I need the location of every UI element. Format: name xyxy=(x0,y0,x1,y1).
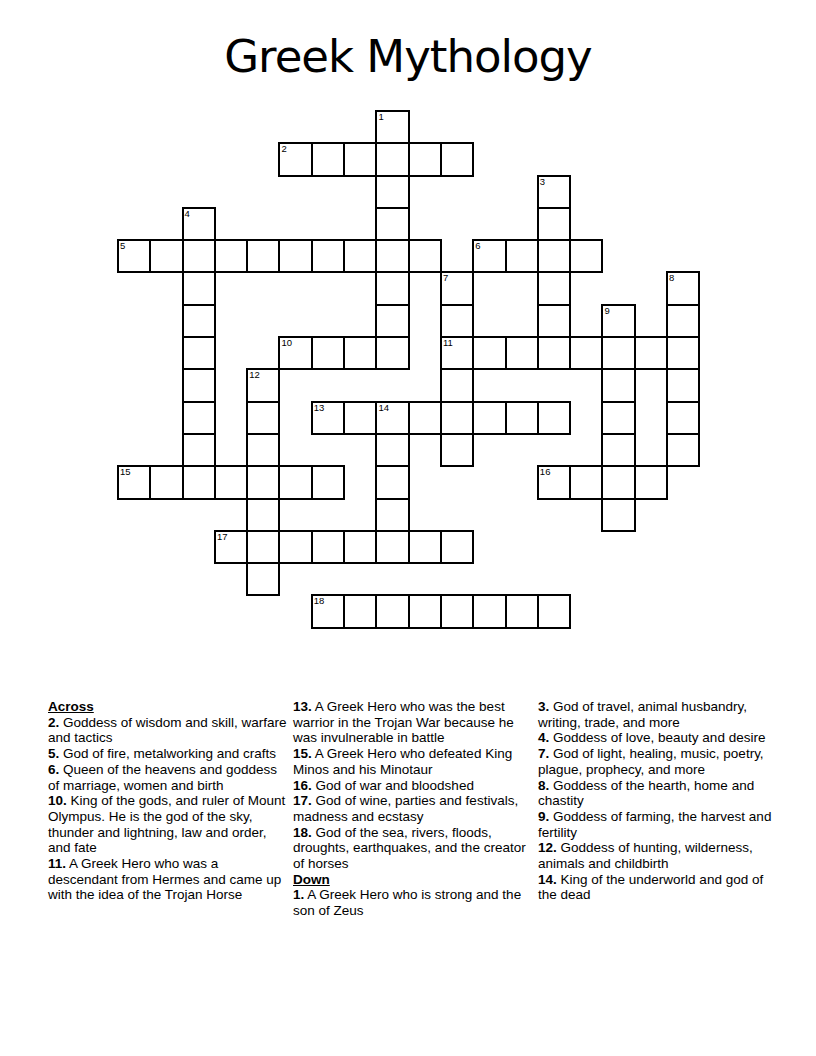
void-cell xyxy=(409,466,441,498)
grid-cell xyxy=(343,142,377,176)
clue-number: 18. xyxy=(293,825,312,840)
clue-text: King of the underworld and god of the de… xyxy=(538,872,763,903)
void-cell xyxy=(441,176,473,208)
void-cell xyxy=(473,531,505,563)
grid-cell xyxy=(149,239,183,273)
void-cell xyxy=(409,369,441,401)
clue-item: 14. King of the underworld and god of th… xyxy=(538,872,778,903)
grid-cell: 12 xyxy=(246,368,280,402)
void-cell xyxy=(570,305,602,337)
void-cell xyxy=(570,208,602,240)
void-cell xyxy=(441,499,473,531)
grid-cell: 1 xyxy=(375,110,409,144)
void-cell xyxy=(247,595,279,627)
cell-number: 4 xyxy=(185,209,190,219)
void-cell xyxy=(570,499,602,531)
void-cell xyxy=(602,595,634,627)
grid-cell xyxy=(408,142,442,176)
clue-text: A Greek Hero who defeated King Minos and… xyxy=(293,746,512,777)
void-cell xyxy=(279,402,311,434)
grid-cell xyxy=(601,368,635,402)
grid-cell xyxy=(246,239,280,273)
void-cell xyxy=(506,305,538,337)
void-cell xyxy=(279,176,311,208)
clue-item: 12. Goddess of hunting, wilderness, anim… xyxy=(538,840,778,871)
void-cell xyxy=(215,337,247,369)
crossword-grid: 123456789101112131415161718 xyxy=(118,111,699,628)
grid-cell xyxy=(278,465,312,499)
clue-text: God of wine, parties and festivals, madn… xyxy=(293,793,518,824)
clue-item: 8. Goddess of the hearth, home and chast… xyxy=(538,778,778,809)
void-cell xyxy=(344,208,376,240)
void-cell xyxy=(473,499,505,531)
clue-number: 14. xyxy=(538,872,557,887)
void-cell xyxy=(635,208,667,240)
void-cell xyxy=(538,111,570,143)
void-cell xyxy=(247,208,279,240)
grid-cell xyxy=(182,304,216,338)
cell-number: 7 xyxy=(443,273,448,283)
void-cell xyxy=(667,499,699,531)
void-cell xyxy=(441,208,473,240)
clue-column-2: 13. A Greek Hero who was the best warrio… xyxy=(293,699,533,919)
grid-cell xyxy=(537,239,571,273)
clue-text: A Greek Hero who was the best warrior in… xyxy=(293,699,514,745)
void-cell xyxy=(473,208,505,240)
void-cell xyxy=(247,272,279,304)
clue-item: 3. God of travel, animal husbandry, writ… xyxy=(538,699,778,730)
grid-cell xyxy=(666,433,700,467)
void-cell xyxy=(635,563,667,595)
clue-item: 7. God of light, healing, music, poetry,… xyxy=(538,746,778,777)
void-cell xyxy=(570,434,602,466)
void-cell xyxy=(602,563,634,595)
grid-cell xyxy=(569,336,603,370)
cell-number: 3 xyxy=(540,177,545,187)
void-cell xyxy=(279,208,311,240)
grid-cell: 2 xyxy=(278,142,312,176)
grid-cell xyxy=(278,239,312,273)
void-cell xyxy=(215,499,247,531)
clue-text: Goddess of love, beauty and desire xyxy=(549,730,765,745)
void-cell xyxy=(473,305,505,337)
void-cell xyxy=(506,176,538,208)
void-cell xyxy=(150,563,182,595)
void-cell xyxy=(441,240,473,272)
void-cell xyxy=(473,272,505,304)
void-cell xyxy=(312,369,344,401)
clue-number: 2. xyxy=(48,715,59,730)
void-cell xyxy=(441,466,473,498)
clue-text: God of travel, animal husbandry, writing… xyxy=(538,699,747,730)
void-cell xyxy=(118,337,150,369)
cell-number: 17 xyxy=(217,532,228,542)
grid-cell xyxy=(601,498,635,532)
clues-heading: Down xyxy=(293,872,533,888)
cell-number: 5 xyxy=(120,241,125,251)
void-cell xyxy=(635,402,667,434)
void-cell xyxy=(506,531,538,563)
void-cell xyxy=(506,499,538,531)
void-cell xyxy=(602,111,634,143)
grid-cell xyxy=(569,465,603,499)
void-cell xyxy=(247,305,279,337)
page-title: Greek Mythology xyxy=(0,30,816,83)
clue-item: 1. A Greek Hero who is strong and the so… xyxy=(293,887,533,918)
void-cell xyxy=(150,176,182,208)
void-cell xyxy=(279,305,311,337)
grid-cell xyxy=(246,433,280,467)
void-cell xyxy=(538,531,570,563)
grid-cell xyxy=(634,465,668,499)
grid-cell xyxy=(182,465,216,499)
clue-text: Goddess of hunting, wilderness, animals … xyxy=(538,840,753,871)
void-cell xyxy=(409,499,441,531)
void-cell xyxy=(409,337,441,369)
grid-cell: 9 xyxy=(601,304,635,338)
void-cell xyxy=(118,595,150,627)
grid-cell xyxy=(537,594,571,628)
clue-item: 16. God of war and bloodshed xyxy=(293,778,533,794)
void-cell xyxy=(312,305,344,337)
grid-cell xyxy=(601,336,635,370)
void-cell xyxy=(473,563,505,595)
grid-cell xyxy=(311,465,345,499)
void-cell xyxy=(150,531,182,563)
void-cell xyxy=(150,143,182,175)
void-cell xyxy=(183,563,215,595)
void-cell xyxy=(247,337,279,369)
grid-cell xyxy=(666,304,700,338)
grid-cell: 10 xyxy=(278,336,312,370)
clue-number: 17. xyxy=(293,793,312,808)
clue-item: 4. Goddess of love, beauty and desire xyxy=(538,730,778,746)
void-cell xyxy=(150,434,182,466)
grid-cell xyxy=(472,336,506,370)
void-cell xyxy=(570,563,602,595)
void-cell xyxy=(538,434,570,466)
grid-cell xyxy=(375,239,409,273)
void-cell xyxy=(183,111,215,143)
grid-cell xyxy=(182,271,216,305)
void-cell xyxy=(538,563,570,595)
void-cell xyxy=(441,111,473,143)
void-cell xyxy=(312,563,344,595)
void-cell xyxy=(344,369,376,401)
void-cell xyxy=(667,240,699,272)
grid-cell xyxy=(666,336,700,370)
void-cell xyxy=(506,434,538,466)
cell-number: 13 xyxy=(314,403,325,413)
grid-cell: 13 xyxy=(311,401,345,435)
clue-item: 9. Goddess of farming, the harvest and f… xyxy=(538,809,778,840)
grid-cell xyxy=(440,594,474,628)
clue-column-3: 3. God of travel, animal husbandry, writ… xyxy=(538,699,778,903)
grid-cell xyxy=(408,401,442,435)
clue-item: 10. King of the gods, and ruler of Mount… xyxy=(48,793,288,856)
void-cell xyxy=(538,499,570,531)
void-cell xyxy=(183,176,215,208)
grid-cell xyxy=(375,465,409,499)
void-cell xyxy=(473,176,505,208)
clue-item: 5. God of fire, metalworking and crafts xyxy=(48,746,288,762)
void-cell xyxy=(635,111,667,143)
clue-text: Queen of the heavens and goddess of marr… xyxy=(48,762,277,793)
void-cell xyxy=(635,434,667,466)
grid-cell xyxy=(408,594,442,628)
grid-cell: 18 xyxy=(311,594,345,628)
void-cell xyxy=(215,305,247,337)
clue-text: Goddess of the hearth, home and chastity xyxy=(538,778,754,809)
clue-number: 15. xyxy=(293,746,312,761)
grid-cell xyxy=(246,465,280,499)
void-cell xyxy=(344,499,376,531)
clue-text: King of the gods, and ruler of Mount Oly… xyxy=(48,793,285,855)
void-cell xyxy=(118,369,150,401)
void-cell xyxy=(376,563,408,595)
cell-number: 2 xyxy=(281,144,286,154)
void-cell xyxy=(667,143,699,175)
clue-number: 9. xyxy=(538,809,549,824)
clue-number: 4. xyxy=(538,730,549,745)
grid-cell: 4 xyxy=(182,207,216,241)
grid-cell xyxy=(375,175,409,209)
clue-item: 15. A Greek Hero who defeated King Minos… xyxy=(293,746,533,777)
clue-item: 17. God of wine, parties and festivals, … xyxy=(293,793,533,824)
void-cell xyxy=(215,143,247,175)
grid-cell: 5 xyxy=(117,239,151,273)
grid-cell: 8 xyxy=(666,271,700,305)
void-cell xyxy=(150,272,182,304)
void-cell xyxy=(667,208,699,240)
grid-cell xyxy=(246,401,280,435)
void-cell xyxy=(312,208,344,240)
void-cell xyxy=(538,143,570,175)
clue-number: 3. xyxy=(538,699,549,714)
void-cell xyxy=(279,499,311,531)
clue-text: Goddess of farming, the harvest and fert… xyxy=(538,809,771,840)
void-cell xyxy=(506,111,538,143)
void-cell xyxy=(118,111,150,143)
clue-text: God of the sea, rivers, floods, droughts… xyxy=(293,825,526,871)
void-cell xyxy=(344,563,376,595)
void-cell xyxy=(409,111,441,143)
void-cell xyxy=(602,272,634,304)
clue-item: 11. A Greek Hero who was a descendant fr… xyxy=(48,856,288,903)
void-cell xyxy=(570,369,602,401)
grid-cell xyxy=(472,594,506,628)
void-cell xyxy=(409,434,441,466)
void-cell xyxy=(473,111,505,143)
cell-number: 9 xyxy=(604,306,609,316)
void-cell xyxy=(570,111,602,143)
clue-number: 12. xyxy=(538,840,557,855)
grid-cell xyxy=(343,594,377,628)
grid-cell xyxy=(311,239,345,273)
void-cell xyxy=(247,176,279,208)
grid-cell: 14 xyxy=(375,401,409,435)
void-cell xyxy=(635,595,667,627)
void-cell xyxy=(312,499,344,531)
clue-number: 10. xyxy=(48,793,67,808)
void-cell xyxy=(150,111,182,143)
cell-number: 8 xyxy=(669,273,674,283)
void-cell xyxy=(344,176,376,208)
void-cell xyxy=(312,176,344,208)
void-cell xyxy=(150,305,182,337)
void-cell xyxy=(215,208,247,240)
clue-item: 13. A Greek Hero who was the best warrio… xyxy=(293,699,533,746)
grid-cell: 11 xyxy=(440,336,474,370)
void-cell xyxy=(506,143,538,175)
grid-cell xyxy=(408,239,442,273)
void-cell xyxy=(409,272,441,304)
void-cell xyxy=(150,595,182,627)
void-cell xyxy=(570,402,602,434)
clue-number: 16. xyxy=(293,778,312,793)
void-cell xyxy=(635,499,667,531)
void-cell xyxy=(570,143,602,175)
grid-cell xyxy=(182,368,216,402)
void-cell xyxy=(409,563,441,595)
void-cell xyxy=(118,402,150,434)
grid-cell xyxy=(505,239,539,273)
void-cell xyxy=(667,563,699,595)
void-cell xyxy=(215,272,247,304)
grid-cell xyxy=(182,336,216,370)
void-cell xyxy=(279,434,311,466)
clue-number: 1. xyxy=(293,887,304,902)
cell-number: 11 xyxy=(443,338,453,348)
clue-item: 6. Queen of the heavens and goddess of m… xyxy=(48,762,288,793)
void-cell xyxy=(602,176,634,208)
grid-cell xyxy=(375,142,409,176)
void-cell xyxy=(602,208,634,240)
void-cell xyxy=(279,595,311,627)
void-cell xyxy=(506,466,538,498)
void-cell xyxy=(118,434,150,466)
void-cell xyxy=(344,466,376,498)
grid-cell xyxy=(505,336,539,370)
grid-cell xyxy=(440,142,474,176)
grid-cell xyxy=(182,433,216,467)
void-cell xyxy=(118,563,150,595)
grid-cell xyxy=(375,304,409,338)
void-cell xyxy=(473,434,505,466)
void-cell xyxy=(506,208,538,240)
grid-cell xyxy=(246,562,280,596)
grid-cell: 17 xyxy=(214,530,248,564)
void-cell xyxy=(473,466,505,498)
clue-number: 11. xyxy=(48,856,66,871)
grid-cell xyxy=(666,368,700,402)
grid-cell xyxy=(472,401,506,435)
clue-item: 18. God of the sea, rivers, floods, drou… xyxy=(293,825,533,872)
void-cell xyxy=(118,176,150,208)
void-cell xyxy=(473,369,505,401)
grid-cell xyxy=(601,433,635,467)
void-cell xyxy=(667,176,699,208)
void-cell xyxy=(635,176,667,208)
void-cell xyxy=(409,305,441,337)
void-cell xyxy=(667,466,699,498)
grid-cell xyxy=(537,336,571,370)
grid-cell xyxy=(182,401,216,435)
void-cell xyxy=(667,111,699,143)
grid-cell xyxy=(375,271,409,305)
grid-cell xyxy=(537,271,571,305)
clue-column-1: Across2. Goddess of wisdom and skill, wa… xyxy=(48,699,288,903)
grid-cell xyxy=(214,239,248,273)
void-cell xyxy=(538,369,570,401)
grid-cell xyxy=(569,239,603,273)
cell-number: 10 xyxy=(281,338,292,348)
grid-cell: 15 xyxy=(117,465,151,499)
void-cell xyxy=(118,531,150,563)
grid-cell xyxy=(149,465,183,499)
grid-cell xyxy=(440,530,474,564)
grid-cell: 7 xyxy=(440,271,474,305)
clue-text: God of war and bloodshed xyxy=(312,778,474,793)
grid-cell: 6 xyxy=(472,239,506,273)
grid-cell xyxy=(375,336,409,370)
grid-cell xyxy=(375,498,409,532)
void-cell xyxy=(506,272,538,304)
void-cell xyxy=(150,208,182,240)
void-cell xyxy=(312,111,344,143)
grid-cell xyxy=(634,336,668,370)
void-cell xyxy=(215,176,247,208)
void-cell xyxy=(570,272,602,304)
grid-cell xyxy=(246,530,280,564)
grid-cell xyxy=(375,433,409,467)
grid-cell: 16 xyxy=(537,465,571,499)
grid-cell xyxy=(505,594,539,628)
clue-text: Goddess of wisdom and skill, warfare and… xyxy=(48,715,287,746)
void-cell xyxy=(473,143,505,175)
void-cell xyxy=(150,337,182,369)
void-cell xyxy=(118,208,150,240)
clue-number: 13. xyxy=(293,699,312,714)
void-cell xyxy=(570,531,602,563)
void-cell xyxy=(183,531,215,563)
void-cell xyxy=(279,111,311,143)
grid-cell xyxy=(182,239,216,273)
grid-cell xyxy=(601,401,635,435)
void-cell xyxy=(247,111,279,143)
void-cell xyxy=(279,563,311,595)
void-cell xyxy=(635,531,667,563)
clue-text: A Greek Hero who is strong and the son o… xyxy=(293,887,521,918)
grid-cell xyxy=(375,594,409,628)
void-cell xyxy=(344,305,376,337)
grid-cell xyxy=(343,530,377,564)
clue-item: 2. Goddess of wisdom and skill, warfare … xyxy=(48,715,288,746)
grid-cell xyxy=(440,433,474,467)
grid-cell xyxy=(505,401,539,435)
cell-number: 14 xyxy=(378,403,389,413)
void-cell xyxy=(635,369,667,401)
void-cell xyxy=(183,595,215,627)
void-cell xyxy=(183,499,215,531)
cell-number: 6 xyxy=(475,241,480,251)
void-cell xyxy=(667,531,699,563)
void-cell xyxy=(279,369,311,401)
void-cell xyxy=(312,272,344,304)
grid-cell xyxy=(440,401,474,435)
void-cell xyxy=(344,434,376,466)
void-cell xyxy=(344,111,376,143)
